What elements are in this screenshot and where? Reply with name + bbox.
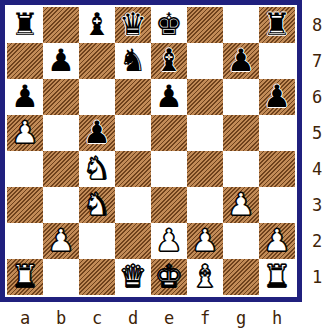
black-rook-h8[interactable]: ♜ — [263, 9, 291, 40]
square-a3[interactable] — [7, 187, 43, 223]
square-g8[interactable] — [223, 7, 259, 43]
rank-labels: 87654321 — [304, 7, 330, 295]
square-g7[interactable]: ♟ — [223, 43, 259, 79]
file-label-c: c — [79, 305, 115, 331]
square-g3[interactable]: ♟ — [223, 187, 259, 223]
square-a6[interactable]: ♟ — [7, 79, 43, 115]
square-d3[interactable] — [115, 187, 151, 223]
square-h3[interactable] — [259, 187, 295, 223]
square-f6[interactable] — [187, 79, 223, 115]
black-knight-d7[interactable]: ♞ — [119, 45, 147, 76]
black-pawn-b7[interactable]: ♟ — [47, 45, 75, 76]
chess-board: ♜♝♛♚♜♟♞♝♟♟♟♟♟♟♞♞♟♟♟♟♟♜♛♚♝♜ — [7, 7, 295, 295]
square-e5[interactable] — [151, 115, 187, 151]
square-d6[interactable] — [115, 79, 151, 115]
black-pawn-e6[interactable]: ♟ — [155, 81, 183, 112]
black-pawn-h6[interactable]: ♟ — [263, 81, 291, 112]
square-d4[interactable] — [115, 151, 151, 187]
square-b1[interactable] — [43, 259, 79, 295]
square-c8[interactable]: ♝ — [79, 7, 115, 43]
square-c3[interactable]: ♞ — [79, 187, 115, 223]
white-pawn-g3[interactable]: ♟ — [227, 189, 255, 220]
square-b3[interactable] — [43, 187, 79, 223]
square-f7[interactable] — [187, 43, 223, 79]
square-a4[interactable] — [7, 151, 43, 187]
black-king-e8[interactable]: ♚ — [155, 9, 183, 40]
square-h8[interactable]: ♜ — [259, 7, 295, 43]
file-label-b: b — [43, 305, 79, 331]
square-c4[interactable]: ♞ — [79, 151, 115, 187]
chess-board-frame: ♜♝♛♚♜♟♞♝♟♟♟♟♟♟♞♞♟♟♟♟♟♜♛♚♝♜ — [0, 0, 302, 302]
square-e4[interactable] — [151, 151, 187, 187]
file-label-e: e — [151, 305, 187, 331]
square-e2[interactable]: ♟ — [151, 223, 187, 259]
white-knight-c4[interactable]: ♞ — [83, 153, 111, 184]
square-e8[interactable]: ♚ — [151, 7, 187, 43]
square-g1[interactable] — [223, 259, 259, 295]
rank-label-5: 5 — [304, 115, 330, 151]
white-king-e1[interactable]: ♚ — [155, 261, 183, 292]
square-b8[interactable] — [43, 7, 79, 43]
white-queen-d1[interactable]: ♛ — [119, 261, 147, 292]
square-b4[interactable] — [43, 151, 79, 187]
square-b7[interactable]: ♟ — [43, 43, 79, 79]
square-h2[interactable]: ♟ — [259, 223, 295, 259]
black-pawn-c5[interactable]: ♟ — [83, 117, 111, 148]
square-e6[interactable]: ♟ — [151, 79, 187, 115]
square-d7[interactable]: ♞ — [115, 43, 151, 79]
white-knight-c3[interactable]: ♞ — [83, 189, 111, 220]
square-a2[interactable] — [7, 223, 43, 259]
square-d5[interactable] — [115, 115, 151, 151]
square-e3[interactable] — [151, 187, 187, 223]
square-c2[interactable] — [79, 223, 115, 259]
square-f4[interactable] — [187, 151, 223, 187]
rank-label-8: 8 — [304, 7, 330, 43]
rank-label-4: 4 — [304, 151, 330, 187]
square-f8[interactable] — [187, 7, 223, 43]
file-label-d: d — [115, 305, 151, 331]
square-a7[interactable] — [7, 43, 43, 79]
white-rook-a1[interactable]: ♜ — [11, 261, 39, 292]
black-bishop-c8[interactable]: ♝ — [83, 9, 111, 40]
file-label-a: a — [7, 305, 43, 331]
square-d1[interactable]: ♛ — [115, 259, 151, 295]
black-pawn-a6[interactable]: ♟ — [11, 81, 39, 112]
rank-label-6: 6 — [304, 79, 330, 115]
square-c6[interactable] — [79, 79, 115, 115]
black-rook-a8[interactable]: ♜ — [11, 9, 39, 40]
square-c1[interactable] — [79, 259, 115, 295]
square-d2[interactable] — [115, 223, 151, 259]
square-a8[interactable]: ♜ — [7, 7, 43, 43]
square-c7[interactable] — [79, 43, 115, 79]
square-a5[interactable]: ♟ — [7, 115, 43, 151]
square-h5[interactable] — [259, 115, 295, 151]
square-e7[interactable]: ♝ — [151, 43, 187, 79]
file-label-g: g — [223, 305, 259, 331]
square-h6[interactable]: ♟ — [259, 79, 295, 115]
black-bishop-e7[interactable]: ♝ — [155, 45, 183, 76]
white-pawn-h2[interactable]: ♟ — [263, 225, 291, 256]
square-a1[interactable]: ♜ — [7, 259, 43, 295]
square-f5[interactable] — [187, 115, 223, 151]
white-pawn-b2[interactable]: ♟ — [47, 225, 75, 256]
file-label-f: f — [187, 305, 223, 331]
square-g2[interactable] — [223, 223, 259, 259]
square-h4[interactable] — [259, 151, 295, 187]
white-rook-h1[interactable]: ♜ — [263, 261, 291, 292]
square-h7[interactable] — [259, 43, 295, 79]
square-f3[interactable] — [187, 187, 223, 223]
square-b6[interactable] — [43, 79, 79, 115]
white-pawn-f2[interactable]: ♟ — [191, 225, 219, 256]
square-f2[interactable]: ♟ — [187, 223, 223, 259]
square-d8[interactable]: ♛ — [115, 7, 151, 43]
square-b5[interactable] — [43, 115, 79, 151]
file-labels: abcdefgh — [7, 305, 295, 331]
rank-label-3: 3 — [304, 187, 330, 223]
file-label-h: h — [259, 305, 295, 331]
square-b2[interactable]: ♟ — [43, 223, 79, 259]
black-queen-d8[interactable]: ♛ — [119, 9, 147, 40]
square-g6[interactable] — [223, 79, 259, 115]
rank-label-1: 1 — [304, 259, 330, 295]
square-f1[interactable]: ♝ — [187, 259, 223, 295]
square-c5[interactable]: ♟ — [79, 115, 115, 151]
square-h1[interactable]: ♜ — [259, 259, 295, 295]
black-pawn-g7[interactable]: ♟ — [227, 45, 255, 76]
square-g5[interactable] — [223, 115, 259, 151]
white-bishop-f1[interactable]: ♝ — [191, 261, 219, 292]
square-g4[interactable] — [223, 151, 259, 187]
square-e1[interactable]: ♚ — [151, 259, 187, 295]
white-pawn-a5[interactable]: ♟ — [11, 117, 39, 148]
white-pawn-e2[interactable]: ♟ — [155, 225, 183, 256]
rank-label-2: 2 — [304, 223, 330, 259]
rank-label-7: 7 — [304, 43, 330, 79]
